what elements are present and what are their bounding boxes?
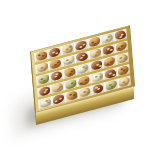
- sweet-cup: [102, 56, 116, 69]
- nut-fleck: [43, 91, 46, 94]
- sweet-piece-date: [75, 40, 86, 51]
- sweet-piece-cashew: [118, 77, 131, 87]
- nut-fleck: [66, 48, 69, 51]
- sweet-cup: [51, 93, 65, 106]
- nut-fleck: [109, 61, 112, 63]
- nut-fleck: [80, 57, 84, 60]
- sweet-piece-date: [103, 45, 114, 56]
- sweet-piece-date: [114, 29, 126, 40]
- nut-fleck: [110, 49, 113, 52]
- nut-fleck: [98, 76, 102, 79]
- sweet-cup: [63, 78, 77, 91]
- sweet-cup: [89, 59, 103, 72]
- sweet-piece-cashew: [62, 43, 73, 54]
- nut-fleck: [93, 43, 96, 45]
- nut-fleck: [57, 88, 60, 91]
- sweet-piece-amber: [88, 37, 101, 47]
- sweet-cup: [48, 58, 62, 71]
- nut-fleck: [124, 83, 127, 85]
- sweet-piece-amber: [35, 50, 48, 62]
- sweet-piece-date: [50, 70, 63, 82]
- sweet-piece-amber: [118, 65, 129, 76]
- sweet-cup: [36, 73, 50, 86]
- nut-fleck: [83, 43, 86, 45]
- nut-fleck: [80, 45, 83, 47]
- nut-fleck: [97, 88, 100, 91]
- sweet-piece-nougat: [63, 55, 76, 65]
- sweet-piece-nougat: [77, 63, 88, 74]
- sweet-piece-date: [92, 83, 103, 94]
- sweet-cup: [49, 70, 63, 83]
- sweet-piece-cashew: [52, 82, 63, 93]
- sweet-cup: [62, 66, 76, 79]
- sweet-cup: [75, 51, 89, 64]
- sweet-cup: [87, 36, 101, 49]
- sweet-cup: [100, 32, 114, 45]
- nut-fleck: [58, 61, 61, 63]
- nut-fleck: [69, 45, 72, 48]
- nut-fleck: [54, 64, 57, 66]
- sweet-cup: [50, 81, 64, 94]
- sweet-cup: [47, 46, 61, 59]
- sweet-cup: [74, 39, 88, 52]
- nut-fleck: [41, 54, 45, 57]
- sweet-piece-nougat: [100, 33, 113, 45]
- sweet-cup: [101, 44, 115, 57]
- sweet-cup: [103, 67, 117, 80]
- nut-fleck: [111, 85, 114, 87]
- sweet-cup: [37, 85, 51, 98]
- sweet-cup: [35, 61, 49, 74]
- sweet-piece-pistachio: [65, 79, 76, 90]
- sweet-cup: [38, 97, 52, 110]
- nut-fleck: [68, 61, 71, 63]
- sweet-cup: [91, 83, 105, 96]
- sweet-cup: [116, 64, 130, 77]
- sweet-piece-cashew: [116, 53, 129, 65]
- product-photo: [0, 0, 160, 160]
- nut-fleck: [94, 75, 98, 78]
- sweet-cup: [76, 63, 90, 76]
- nut-fleck: [119, 36, 122, 39]
- nut-fleck: [105, 38, 109, 41]
- nut-fleck: [59, 86, 62, 89]
- sweet-piece-cashew: [79, 87, 91, 98]
- sweet-piece-date: [52, 94, 65, 104]
- sweet-piece-date: [91, 60, 102, 71]
- sweet-cup: [34, 50, 48, 63]
- nut-fleck: [42, 80, 45, 82]
- sweet-cup: [88, 47, 102, 60]
- sweet-piece-nougat: [40, 97, 51, 108]
- sweet-piece-date: [104, 68, 116, 79]
- nut-fleck: [54, 75, 58, 78]
- nut-fleck: [87, 91, 90, 94]
- sweet-piece-date: [38, 85, 50, 96]
- nut-fleck: [55, 52, 58, 55]
- sweet-piece-pistachio: [37, 74, 50, 84]
- nut-fleck: [55, 100, 58, 102]
- nut-fleck: [68, 72, 71, 75]
- nut-fleck: [80, 82, 83, 84]
- sweet-piece-cashew: [37, 62, 48, 73]
- sweet-cup: [64, 90, 78, 103]
- sweet-piece-amber: [103, 57, 116, 67]
- sweet-piece-date: [48, 47, 60, 58]
- sweet-cup: [114, 40, 128, 53]
- sweet-cup: [61, 54, 75, 67]
- nut-fleck: [94, 54, 97, 57]
- sweet-cup: [113, 29, 127, 42]
- sweet-cup: [115, 52, 129, 65]
- sweet-piece-amber: [116, 41, 127, 52]
- nut-fleck: [40, 66, 43, 69]
- sweet-cup: [104, 79, 118, 92]
- nut-fleck: [124, 57, 128, 60]
- sweet-piece-amber: [50, 59, 61, 70]
- nut-fleck: [106, 63, 109, 65]
- nut-fleck: [84, 79, 87, 81]
- sweet-cup: [77, 74, 91, 87]
- sweet-piece-amber: [65, 90, 78, 102]
- nut-fleck: [69, 93, 73, 96]
- sweet-cup: [90, 71, 104, 84]
- nut-fleck: [118, 48, 121, 50]
- nut-fleck: [112, 73, 115, 76]
- sweet-piece-amber: [64, 67, 76, 78]
- sweet-piece-pistachio: [106, 80, 117, 91]
- nut-fleck: [73, 94, 77, 97]
- sweet-piece-nougat: [90, 71, 103, 83]
- nut-fleck: [59, 97, 62, 99]
- nut-fleck: [44, 67, 47, 70]
- nut-fleck: [47, 101, 50, 103]
- sweet-cup: [77, 86, 91, 99]
- nut-fleck: [84, 67, 87, 70]
- sweet-piece-cashew: [89, 48, 101, 59]
- sweet-cup: [60, 43, 74, 56]
- sweet-cup: [117, 76, 131, 89]
- nut-fleck: [121, 45, 124, 47]
- sweet-piece-amber: [78, 75, 91, 85]
- sweet-piece-date: [75, 51, 88, 63]
- nut-fleck: [123, 69, 126, 72]
